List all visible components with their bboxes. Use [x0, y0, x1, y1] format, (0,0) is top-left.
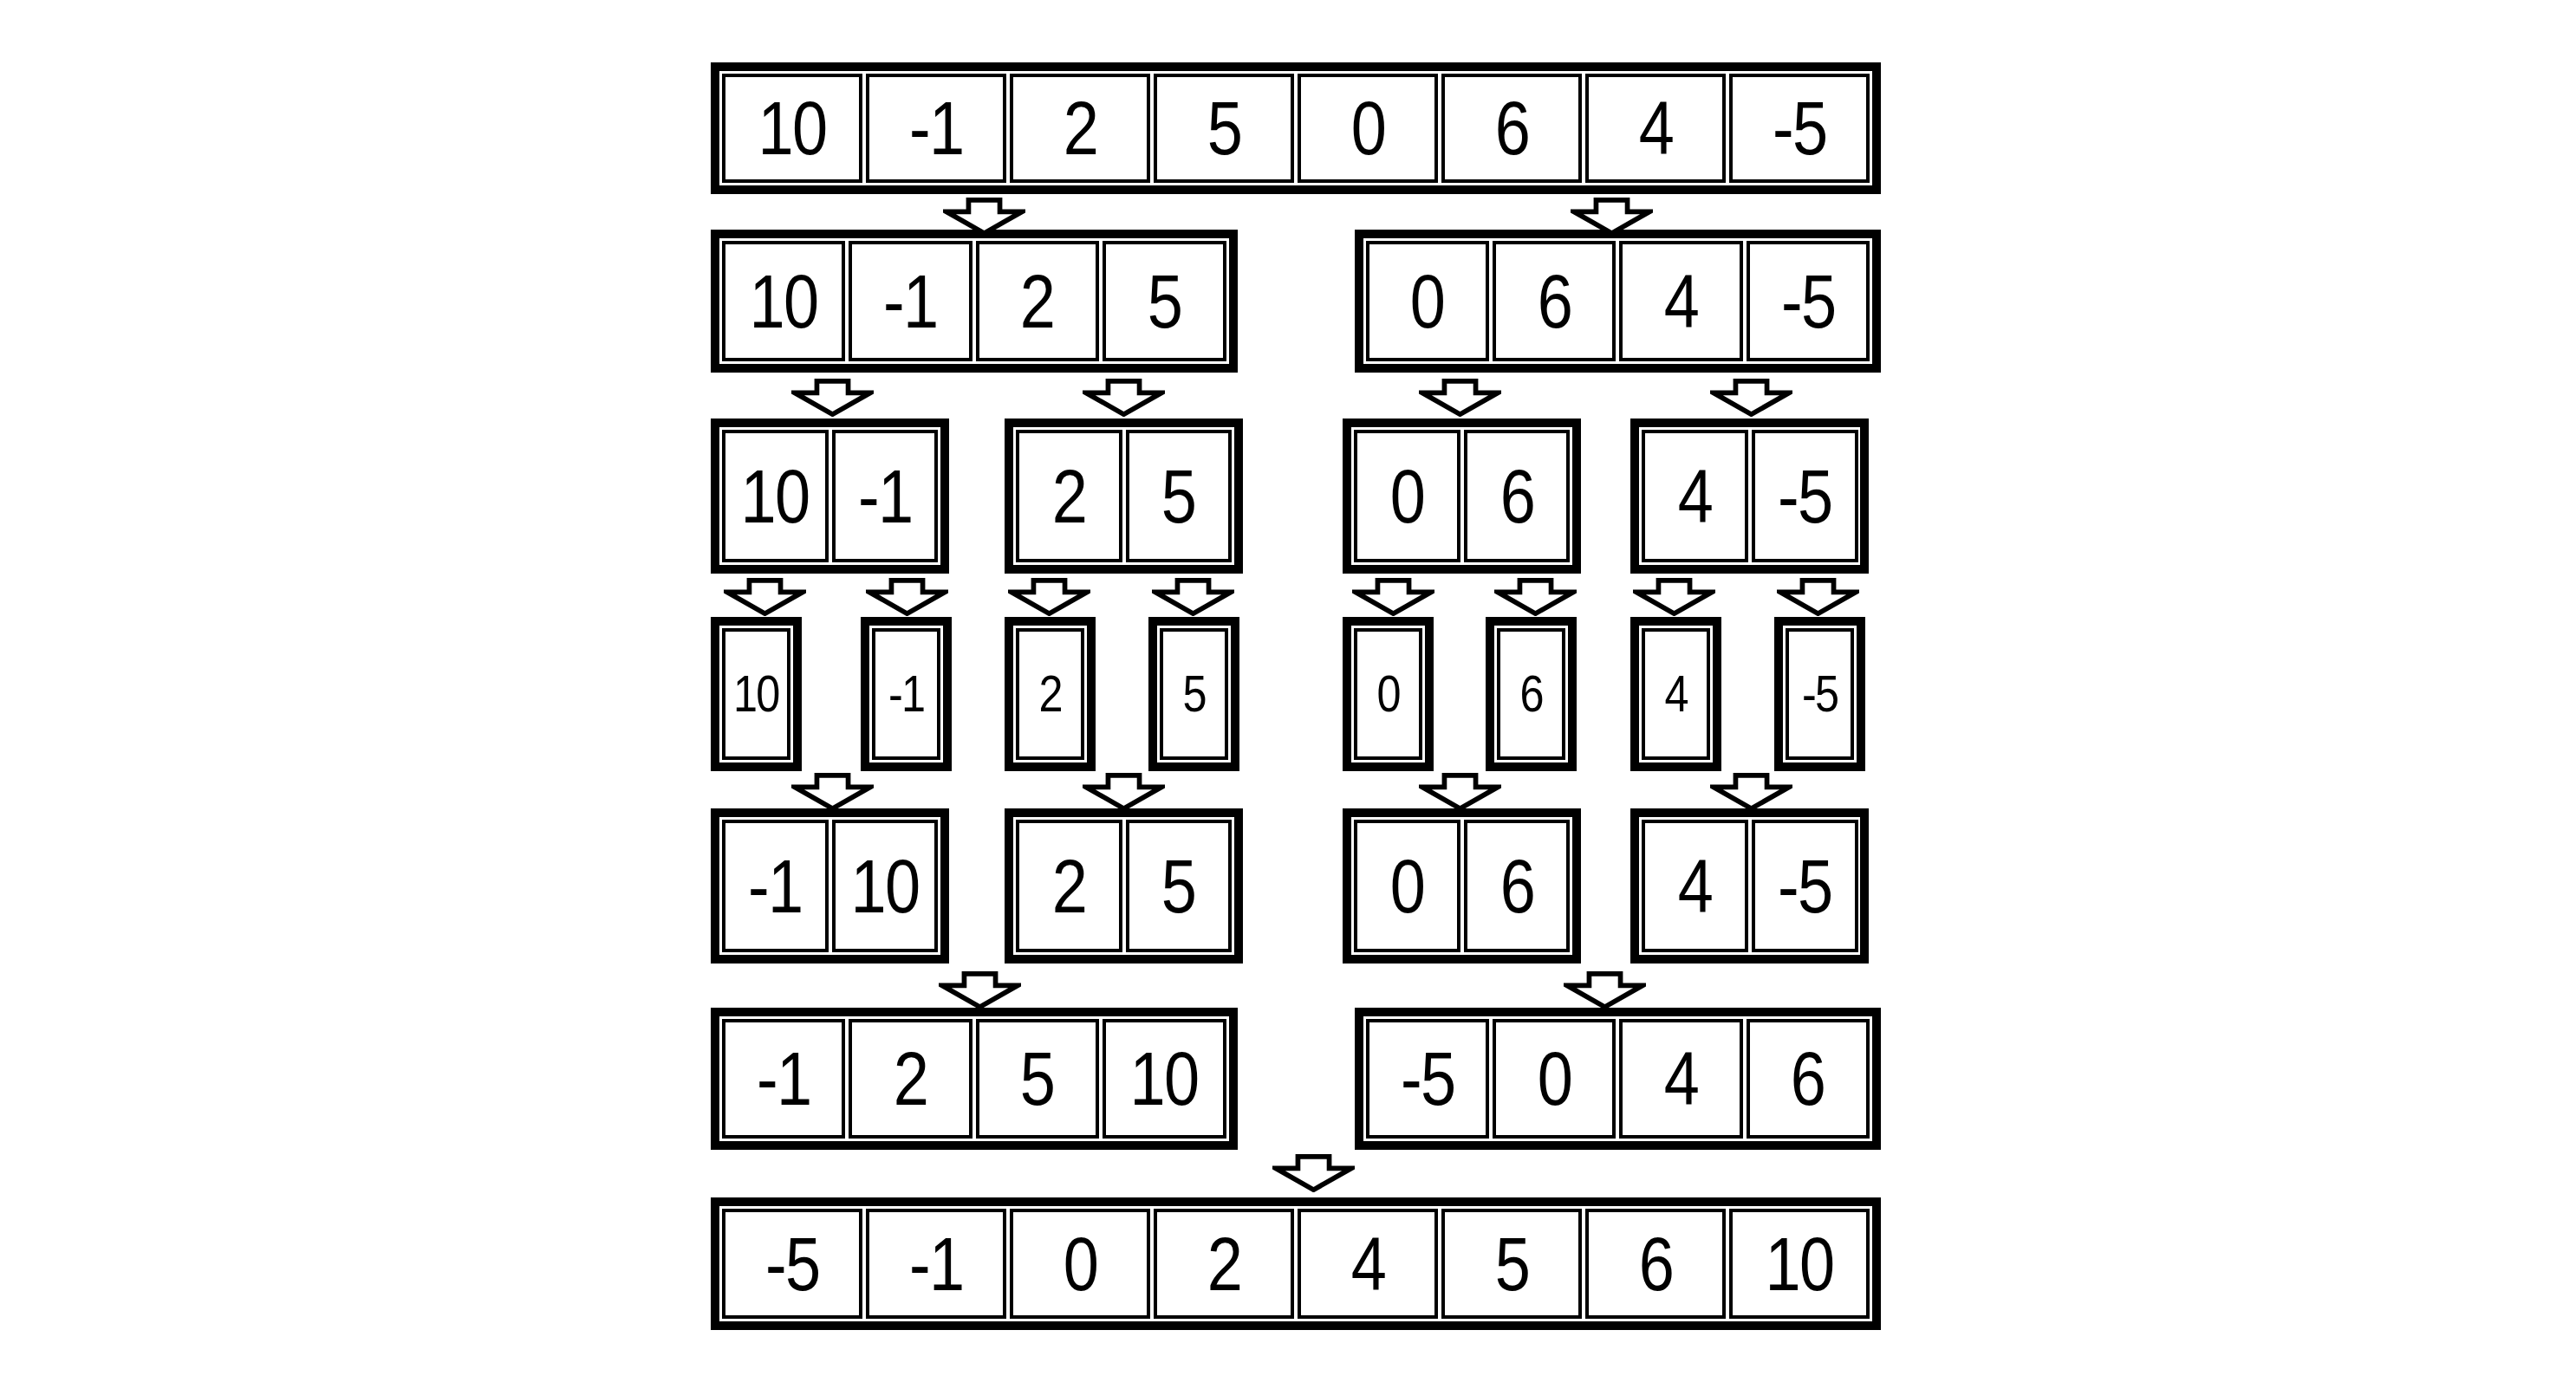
array-cell-value: 5: [1182, 668, 1205, 720]
array-cell-value: -1: [748, 848, 802, 925]
array-group: 25: [1005, 808, 1243, 964]
array-cell-value: -5: [1802, 668, 1838, 720]
diagram-row-split-level-1: 10-125064-5: [711, 230, 1881, 373]
array-cell-value: 6: [1519, 668, 1542, 720]
array-cell: 10: [832, 820, 939, 952]
array-cell: -1: [832, 430, 939, 562]
array-group: 5: [1148, 617, 1239, 771]
down-arrow-icon: [724, 578, 806, 616]
array-cell-value: 2: [1207, 1226, 1240, 1302]
down-arrow-glyph: [939, 971, 1021, 1009]
array-cell-value: 2: [1038, 668, 1061, 720]
down-arrow-icon: [939, 971, 1021, 1009]
array-cell-value: 10: [1130, 1041, 1199, 1117]
array-cell: 0: [1366, 241, 1489, 361]
array-cell-value: -5: [1781, 263, 1835, 340]
down-arrow-glyph: [1777, 578, 1859, 616]
array-cell: 2: [976, 241, 1099, 361]
array-cell-value: 4: [1350, 1226, 1384, 1302]
array-group: 4: [1630, 617, 1721, 771]
array-cell: 6: [1497, 628, 1565, 760]
array-cell-value: -1: [909, 1226, 963, 1302]
array-cell-value: 5: [1161, 848, 1195, 925]
array-group: 25: [1005, 418, 1243, 574]
array-cell: -1: [866, 74, 1006, 183]
down-arrow-icon: [1419, 773, 1501, 811]
array-group: -110: [711, 808, 949, 964]
array-cell: 5: [1160, 628, 1228, 760]
array-cell-value: -5: [1778, 458, 1831, 535]
array-cell: 10: [722, 74, 862, 183]
array-cell: 4: [1642, 628, 1710, 760]
down-arrow-glyph: [943, 198, 1025, 236]
down-arrow-glyph: [866, 578, 948, 616]
array-cell: 0: [1354, 430, 1460, 562]
array-cell-value: 10: [741, 458, 810, 535]
array-cell-value: 6: [1499, 458, 1533, 535]
array-cell-value: 6: [1494, 90, 1528, 166]
array-cell-value: -5: [1401, 1041, 1454, 1117]
array-cell: -1: [866, 1209, 1006, 1319]
down-arrow-glyph: [1710, 773, 1792, 811]
array-group: 06: [1343, 418, 1581, 574]
array-cell-value: 0: [1063, 1226, 1096, 1302]
array-cell-value: 4: [1665, 668, 1688, 720]
array-cell-value: 5: [1020, 1041, 1054, 1117]
merge-sort-diagram: 10-125064-510-125064-510-125064-510-1250…: [0, 0, 2576, 1395]
array-cell: 6: [1464, 430, 1571, 562]
array-cell: 0: [1298, 74, 1438, 183]
array-cell-value: 4: [1664, 263, 1698, 340]
array-cell: -1: [722, 1019, 845, 1139]
array-cell: 10: [1103, 1019, 1226, 1139]
down-arrow-glyph: [1272, 1154, 1355, 1192]
array-group: 4-5: [1630, 418, 1869, 574]
array-cell-value: 5: [1161, 458, 1195, 535]
array-cell-value: 0: [1390, 848, 1424, 925]
down-arrow-icon: [1419, 379, 1501, 417]
array-group: 2: [1005, 617, 1096, 771]
array-group: -5-10245610: [711, 1197, 1881, 1330]
array-cell: 6: [1441, 74, 1582, 183]
down-arrow-icon: [1633, 578, 1715, 616]
array-cell: 2: [1010, 74, 1150, 183]
array-cell-value: 0: [1390, 458, 1424, 535]
down-arrow-glyph: [1633, 578, 1715, 616]
array-cell: 6: [1493, 241, 1616, 361]
down-arrow-icon: [1083, 773, 1165, 811]
array-group: -5: [1774, 617, 1865, 771]
down-arrow-icon: [1571, 198, 1653, 236]
down-arrow-glyph: [1564, 971, 1646, 1009]
array-cell: 4: [1642, 430, 1748, 562]
down-arrow-glyph: [1494, 578, 1577, 616]
array-cell-value: 5: [1148, 263, 1181, 340]
array-cell-value: -1: [888, 668, 924, 720]
array-cell-value: 2: [894, 1041, 927, 1117]
array-cell-value: 2: [1051, 848, 1085, 925]
down-arrow-icon: [1710, 379, 1792, 417]
array-cell-value: 10: [851, 848, 920, 925]
array-cell: 4: [1619, 241, 1742, 361]
diagram-row-merge-level-2: -12510-5046: [711, 1008, 1881, 1150]
array-cell-value: 0: [1537, 1041, 1571, 1117]
array-cell-value: -5: [1778, 848, 1831, 925]
array-group: 10: [711, 617, 802, 771]
array-cell-value: -1: [757, 1041, 810, 1117]
down-arrow-glyph: [1083, 773, 1165, 811]
diagram-row-sorted-output: -5-10245610: [711, 1197, 1881, 1330]
array-cell: 4: [1642, 820, 1748, 952]
down-arrow-glyph: [1571, 198, 1653, 236]
diagram-row-input-array: 10-125064-5: [711, 62, 1881, 194]
down-arrow-icon: [866, 578, 948, 616]
array-cell: 0: [1010, 1209, 1150, 1319]
array-cell-value: 10: [758, 90, 827, 166]
down-arrow-icon: [1272, 1154, 1355, 1192]
array-cell-value: 0: [1410, 263, 1444, 340]
down-arrow-icon: [943, 198, 1025, 236]
array-cell: -5: [722, 1209, 862, 1319]
array-cell: -5: [1747, 241, 1870, 361]
array-cell: 5: [1441, 1209, 1582, 1319]
down-arrow-icon: [1008, 578, 1090, 616]
array-cell: 4: [1619, 1019, 1742, 1139]
array-cell: 6: [1464, 820, 1571, 952]
array-cell-value: -5: [765, 1226, 819, 1302]
array-cell-value: -1: [858, 458, 912, 535]
array-cell: 5: [1126, 430, 1233, 562]
down-arrow-icon: [1352, 578, 1434, 616]
down-arrow-glyph: [1419, 379, 1501, 417]
array-cell-value: -1: [909, 90, 963, 166]
array-cell: 5: [1103, 241, 1226, 361]
array-cell-value: 0: [1376, 668, 1399, 720]
array-cell-value: 10: [750, 263, 818, 340]
array-cell: 2: [1016, 430, 1122, 562]
down-arrow-glyph: [1352, 578, 1434, 616]
down-arrow-icon: [1494, 578, 1577, 616]
array-cell: -5: [1729, 74, 1870, 183]
array-group: 4-5: [1630, 808, 1869, 964]
array-cell: 10: [722, 241, 845, 361]
diagram-content: 10-125064-510-125064-510-125064-510-1250…: [711, 0, 1881, 1395]
diagram-row-split-level-3: 10-125064-5: [711, 617, 1881, 771]
array-cell: 6: [1585, 1209, 1726, 1319]
array-cell-value: 2: [1063, 90, 1096, 166]
array-cell: 2: [849, 1019, 972, 1139]
array-cell-value: 4: [1678, 458, 1712, 535]
array-cell: -5: [1786, 628, 1854, 760]
array-cell: -5: [1752, 820, 1858, 952]
down-arrow-glyph: [791, 379, 874, 417]
array-cell: 6: [1747, 1019, 1870, 1139]
array-group: 10-125064-5: [711, 62, 1881, 194]
down-arrow-icon: [1710, 773, 1792, 811]
array-cell: 4: [1585, 74, 1726, 183]
array-cell: 10: [1729, 1209, 1870, 1319]
array-cell: 10: [722, 430, 829, 562]
array-cell: -1: [849, 241, 972, 361]
array-cell: 0: [1354, 820, 1460, 952]
diagram-row-merge-level-1: -11025064-5: [711, 808, 1881, 964]
down-arrow-glyph: [1083, 379, 1165, 417]
array-cell-value: 4: [1638, 90, 1672, 166]
array-cell: 0: [1354, 628, 1422, 760]
array-cell: -5: [1752, 430, 1858, 562]
array-cell-value: -1: [883, 263, 937, 340]
array-group: -12510: [711, 1008, 1238, 1150]
array-cell-value: 5: [1494, 1226, 1528, 1302]
down-arrow-icon: [1564, 971, 1646, 1009]
diagram-row-split-level-2: 10-125064-5: [711, 418, 1881, 574]
array-cell: 10: [722, 628, 790, 760]
array-group: -5046: [1355, 1008, 1882, 1150]
down-arrow-glyph: [1152, 578, 1234, 616]
array-cell-value: 0: [1350, 90, 1384, 166]
down-arrow-glyph: [1710, 379, 1792, 417]
array-cell-value: 2: [1051, 458, 1085, 535]
array-group: 6: [1486, 617, 1577, 771]
array-cell: 2: [1016, 628, 1084, 760]
array-cell-value: 6: [1499, 848, 1533, 925]
array-cell-value: 6: [1638, 1226, 1672, 1302]
array-cell-value: 10: [1766, 1226, 1834, 1302]
array-cell: 5: [1126, 820, 1233, 952]
down-arrow-icon: [1152, 578, 1234, 616]
down-arrow-icon: [1083, 379, 1165, 417]
down-arrow-icon: [791, 379, 874, 417]
array-cell: -1: [722, 820, 829, 952]
array-group: 0: [1343, 617, 1434, 771]
array-cell-value: 10: [733, 668, 779, 720]
array-cell-value: 2: [1020, 263, 1054, 340]
down-arrow-glyph: [1419, 773, 1501, 811]
array-cell-value: 4: [1664, 1041, 1698, 1117]
array-cell: 5: [976, 1019, 1099, 1139]
array-cell-value: -5: [1773, 90, 1826, 166]
array-group: 06: [1343, 808, 1581, 964]
array-cell: 0: [1493, 1019, 1616, 1139]
array-group: 10-1: [711, 418, 949, 574]
array-cell-value: 6: [1791, 1041, 1825, 1117]
down-arrow-glyph: [1008, 578, 1090, 616]
array-cell-value: 6: [1537, 263, 1571, 340]
array-cell: 5: [1154, 74, 1294, 183]
array-cell: -1: [872, 628, 940, 760]
down-arrow-icon: [791, 773, 874, 811]
array-cell: -5: [1366, 1019, 1489, 1139]
array-group: 064-5: [1355, 230, 1882, 373]
array-group: -1: [861, 617, 952, 771]
array-cell-value: 4: [1678, 848, 1712, 925]
array-cell: 4: [1298, 1209, 1438, 1319]
down-arrow-icon: [1777, 578, 1859, 616]
array-cell-value: 5: [1207, 90, 1240, 166]
array-group: 10-125: [711, 230, 1238, 373]
array-cell: 2: [1016, 820, 1122, 952]
array-cell: 2: [1154, 1209, 1294, 1319]
down-arrow-glyph: [724, 578, 806, 616]
down-arrow-glyph: [791, 773, 874, 811]
